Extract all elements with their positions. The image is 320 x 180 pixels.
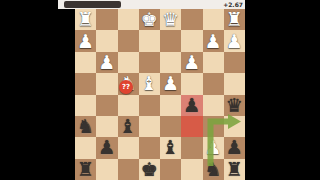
square-g7[interactable]: ♟ (96, 137, 117, 158)
square-b6[interactable] (203, 116, 224, 137)
square-b5[interactable] (203, 95, 224, 116)
square-c3[interactable]: ♟ (181, 52, 202, 73)
square-h7[interactable] (75, 137, 96, 158)
square-e8[interactable]: ♚ (139, 159, 160, 180)
square-h1[interactable]: ♜ (75, 9, 96, 30)
white-pawn-b7: ♟ (205, 137, 222, 158)
square-b4[interactable] (203, 73, 224, 94)
white-pawn-d4: ♟ (162, 73, 179, 94)
square-b7[interactable]: ♟ (203, 137, 224, 158)
white-pawn-b2: ♟ (205, 31, 222, 52)
square-a3[interactable] (224, 52, 245, 73)
square-d8[interactable] (160, 159, 181, 180)
square-c1[interactable] (181, 9, 202, 30)
square-d7[interactable]: ♝ (160, 137, 181, 158)
square-h4[interactable] (75, 73, 96, 94)
square-d4[interactable]: ♟ (160, 73, 181, 94)
black-pawn-c5: ♟ (183, 95, 200, 116)
square-h8[interactable]: ♜ (75, 159, 96, 180)
square-a7[interactable]: ♟ (224, 137, 245, 158)
square-f1[interactable] (118, 9, 139, 30)
black-knight-h6: ♞ (77, 116, 94, 137)
square-b1[interactable] (203, 9, 224, 30)
square-g4[interactable] (96, 73, 117, 94)
white-pawn-g3: ♟ (98, 52, 115, 73)
white-rook-h1: ♜ (77, 9, 94, 30)
square-a4[interactable] (224, 73, 245, 94)
square-c6[interactable] (181, 116, 202, 137)
chess-board[interactable]: ♜♚♛♜♟♟♟♟♟♞♝♟♟♛♞♝♟♝♟♟♜♚♞♜ (75, 9, 245, 180)
black-pawn-g7: ♟ (98, 137, 115, 158)
square-e3[interactable] (139, 52, 160, 73)
square-d3[interactable] (160, 52, 181, 73)
square-e6[interactable] (139, 116, 160, 137)
square-d1[interactable]: ♛ (160, 9, 181, 30)
square-g1[interactable] (96, 9, 117, 30)
square-b3[interactable] (203, 52, 224, 73)
square-e2[interactable] (139, 30, 160, 51)
white-pawn-a2: ♟ (226, 31, 243, 52)
black-rook-h8: ♜ (77, 159, 94, 180)
black-bishop-d7: ♝ (162, 137, 179, 158)
player-name-pill (64, 1, 121, 8)
square-b2[interactable]: ♟ (203, 30, 224, 51)
white-pawn-c3: ♟ (183, 52, 200, 73)
square-e7[interactable] (139, 137, 160, 158)
screenshot-canvas: +2.67 ♜♚♛♜♟♟♟♟♟♞♝♟♟♛♞♝♟♝♟♟♜♚♞♜ ?? (0, 0, 320, 180)
square-h6[interactable]: ♞ (75, 116, 96, 137)
square-a2[interactable]: ♟ (224, 30, 245, 51)
square-a6[interactable] (224, 116, 245, 137)
square-f3[interactable] (118, 52, 139, 73)
white-rook-a1: ♜ (226, 9, 243, 30)
square-g8[interactable] (96, 159, 117, 180)
square-e5[interactable] (139, 95, 160, 116)
square-h3[interactable] (75, 52, 96, 73)
black-knight-b8: ♞ (205, 159, 222, 180)
square-f7[interactable] (118, 137, 139, 158)
square-h2[interactable]: ♟ (75, 30, 96, 51)
black-king-e8: ♚ (141, 159, 158, 180)
black-queen-a5: ♛ (226, 95, 243, 116)
black-pawn-a7: ♟ (226, 137, 243, 158)
square-c8[interactable] (181, 159, 202, 180)
square-e1[interactable]: ♚ (139, 9, 160, 30)
square-g3[interactable]: ♟ (96, 52, 117, 73)
square-f2[interactable] (118, 30, 139, 51)
black-bishop-f6: ♝ (120, 116, 137, 137)
square-c4[interactable] (181, 73, 202, 94)
square-g6[interactable] (96, 116, 117, 137)
square-f8[interactable] (118, 159, 139, 180)
white-bishop-e4: ♝ (141, 73, 158, 94)
square-b8[interactable]: ♞ (203, 159, 224, 180)
white-queen-d1: ♛ (162, 9, 179, 30)
square-g5[interactable] (96, 95, 117, 116)
square-d2[interactable] (160, 30, 181, 51)
square-c2[interactable] (181, 30, 202, 51)
square-e4[interactable]: ♝ (139, 73, 160, 94)
square-f5[interactable] (118, 95, 139, 116)
square-a1[interactable]: ♜ (224, 9, 245, 30)
top-info-bar: +2.67 (58, 0, 245, 9)
evaluation-score: +2.67 (223, 0, 243, 9)
black-rook-a8: ♜ (226, 159, 243, 180)
white-king-e1: ♚ (141, 9, 158, 30)
blunder-badge: ?? (119, 80, 133, 94)
square-d5[interactable] (160, 95, 181, 116)
square-a5[interactable]: ♛ (224, 95, 245, 116)
square-d6[interactable] (160, 116, 181, 137)
square-a8[interactable]: ♜ (224, 159, 245, 180)
square-c7[interactable] (181, 137, 202, 158)
white-pawn-h2: ♟ (77, 31, 94, 52)
square-f6[interactable]: ♝ (118, 116, 139, 137)
square-h5[interactable] (75, 95, 96, 116)
square-g2[interactable] (96, 30, 117, 51)
square-c5[interactable]: ♟ (181, 95, 202, 116)
